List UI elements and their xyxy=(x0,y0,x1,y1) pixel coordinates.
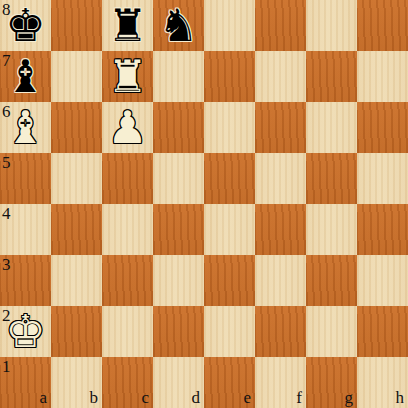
square-g2[interactable] xyxy=(306,306,357,357)
square-g8[interactable] xyxy=(306,0,357,51)
rank-label-3: 3 xyxy=(2,256,11,273)
square-b5[interactable] xyxy=(51,153,102,204)
square-f2[interactable] xyxy=(255,306,306,357)
square-h6[interactable] xyxy=(357,102,408,153)
square-d4[interactable] xyxy=(153,204,204,255)
square-d2[interactable] xyxy=(153,306,204,357)
square-h7[interactable] xyxy=(357,51,408,102)
square-b7[interactable] xyxy=(51,51,102,102)
square-g3[interactable] xyxy=(306,255,357,306)
square-e6[interactable] xyxy=(204,102,255,153)
square-c4[interactable] xyxy=(102,204,153,255)
square-e8[interactable] xyxy=(204,0,255,51)
rank-label-4: 4 xyxy=(2,205,11,222)
square-h3[interactable] xyxy=(357,255,408,306)
file-label-d: d xyxy=(192,389,201,406)
square-h5[interactable] xyxy=(357,153,408,204)
white-pawn-c6[interactable]: ♟ xyxy=(102,102,153,153)
file-label-c: c xyxy=(141,389,149,406)
square-c2[interactable] xyxy=(102,306,153,357)
square-a4[interactable]: 4 xyxy=(0,204,51,255)
square-a7[interactable]: 7♝ xyxy=(0,51,51,102)
square-a5[interactable]: 5 xyxy=(0,153,51,204)
square-d5[interactable] xyxy=(153,153,204,204)
square-g5[interactable] xyxy=(306,153,357,204)
square-b8[interactable] xyxy=(51,0,102,51)
square-f8[interactable] xyxy=(255,0,306,51)
square-c1[interactable]: c xyxy=(102,357,153,408)
black-bishop-a7[interactable]: ♝ xyxy=(0,51,51,102)
square-c8[interactable]: ♜ xyxy=(102,0,153,51)
square-f3[interactable] xyxy=(255,255,306,306)
square-a2[interactable]: 2♚ xyxy=(0,306,51,357)
square-g1[interactable]: g xyxy=(306,357,357,408)
square-e7[interactable] xyxy=(204,51,255,102)
file-label-a: a xyxy=(39,389,47,406)
square-e2[interactable] xyxy=(204,306,255,357)
square-b2[interactable] xyxy=(51,306,102,357)
square-g7[interactable] xyxy=(306,51,357,102)
square-d3[interactable] xyxy=(153,255,204,306)
file-label-e: e xyxy=(243,389,251,406)
white-bishop-a6[interactable]: ♝ xyxy=(0,102,51,153)
square-b6[interactable] xyxy=(51,102,102,153)
square-d7[interactable] xyxy=(153,51,204,102)
black-king-a8[interactable]: ♚ xyxy=(0,0,51,51)
square-a6[interactable]: 6♝ xyxy=(0,102,51,153)
square-b4[interactable] xyxy=(51,204,102,255)
square-d8[interactable]: ♞ xyxy=(153,0,204,51)
rank-label-1: 1 xyxy=(2,358,11,375)
square-a8[interactable]: 8♚ xyxy=(0,0,51,51)
square-a1[interactable]: 1a xyxy=(0,357,51,408)
square-a3[interactable]: 3 xyxy=(0,255,51,306)
square-c7[interactable]: ♜ xyxy=(102,51,153,102)
square-h4[interactable] xyxy=(357,204,408,255)
file-label-g: g xyxy=(345,389,354,406)
chess-app: 8♚♜♞7♝♜6♝♟5432♚1abcdefgh xyxy=(0,0,408,408)
square-d1[interactable]: d xyxy=(153,357,204,408)
square-f6[interactable] xyxy=(255,102,306,153)
square-h8[interactable] xyxy=(357,0,408,51)
rank-label-5: 5 xyxy=(2,154,11,171)
square-e4[interactable] xyxy=(204,204,255,255)
square-d6[interactable] xyxy=(153,102,204,153)
square-e5[interactable] xyxy=(204,153,255,204)
square-c3[interactable] xyxy=(102,255,153,306)
square-g6[interactable] xyxy=(306,102,357,153)
square-f4[interactable] xyxy=(255,204,306,255)
square-e1[interactable]: e xyxy=(204,357,255,408)
white-king-a2[interactable]: ♚ xyxy=(0,306,51,357)
square-f5[interactable] xyxy=(255,153,306,204)
square-f7[interactable] xyxy=(255,51,306,102)
file-label-h: h xyxy=(396,389,405,406)
square-h2[interactable] xyxy=(357,306,408,357)
square-c6[interactable]: ♟ xyxy=(102,102,153,153)
square-h1[interactable]: h xyxy=(357,357,408,408)
square-c5[interactable] xyxy=(102,153,153,204)
black-knight-d8[interactable]: ♞ xyxy=(153,0,204,51)
square-b3[interactable] xyxy=(51,255,102,306)
file-label-f: f xyxy=(296,389,302,406)
white-rook-c7[interactable]: ♜ xyxy=(102,51,153,102)
chess-board: 8♚♜♞7♝♜6♝♟5432♚1abcdefgh xyxy=(0,0,408,408)
black-rook-c8[interactable]: ♜ xyxy=(102,0,153,51)
square-g4[interactable] xyxy=(306,204,357,255)
square-b1[interactable]: b xyxy=(51,357,102,408)
square-e3[interactable] xyxy=(204,255,255,306)
square-f1[interactable]: f xyxy=(255,357,306,408)
file-label-b: b xyxy=(90,389,99,406)
